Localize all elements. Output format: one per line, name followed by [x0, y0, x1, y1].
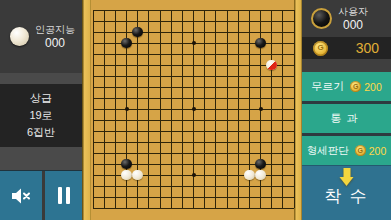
white-stone	[132, 170, 143, 181]
board-frame	[294, 0, 302, 220]
muted-speaker-icon	[10, 187, 32, 205]
black-stone	[255, 38, 266, 49]
pause-button[interactable]	[45, 171, 82, 220]
divider	[0, 147, 82, 170]
star-point	[125, 107, 129, 111]
black-stone	[121, 38, 132, 49]
go-board[interactable]	[91, 0, 294, 220]
grid-line	[93, 186, 294, 187]
black-stone	[132, 27, 143, 38]
komi-label: 6집반	[27, 127, 55, 138]
grid-line	[93, 120, 294, 121]
white-stone	[255, 170, 266, 181]
estimate-button[interactable]: 형세판단 G 200	[302, 136, 391, 165]
coin-balance: 300	[356, 40, 379, 56]
divider	[0, 73, 82, 84]
black-stone-avatar-turn-indicator	[311, 8, 332, 29]
level-label: 상급	[30, 93, 52, 104]
coin-icon: G	[313, 41, 328, 56]
last-move-marker	[266, 60, 277, 71]
grid-line	[93, 142, 294, 143]
grid-line	[93, 208, 294, 209]
black-stone	[121, 159, 132, 170]
undo-cost: 200	[364, 81, 382, 93]
game-info-block: 상급 19로 6집반	[0, 84, 82, 147]
grid-line	[215, 10, 216, 208]
estimate-cost: 200	[369, 145, 387, 157]
user-player-block: 사용자 000	[302, 0, 391, 37]
board-region	[82, 0, 302, 220]
grid-line	[294, 10, 295, 208]
grid-line	[238, 10, 239, 208]
grid-line	[204, 10, 205, 208]
sound-controls	[0, 170, 82, 220]
grid-line	[93, 153, 294, 154]
mute-button[interactable]	[0, 171, 42, 220]
board-frame	[82, 0, 91, 220]
ai-player-block: 인공지능 000	[0, 0, 82, 73]
grid-line	[227, 10, 228, 208]
play-move-button[interactable]: 착 수	[302, 165, 391, 220]
grid-line	[93, 197, 294, 198]
white-stone	[121, 170, 132, 181]
white-stone	[244, 170, 255, 181]
board-size-label: 19로	[29, 110, 52, 121]
undo-button[interactable]: 무르기 G 200	[302, 72, 391, 101]
undo-label: 무르기	[311, 79, 344, 94]
grid-line	[271, 10, 272, 208]
user-player-score: 000	[343, 18, 363, 32]
pass-button[interactable]: 통과	[302, 104, 391, 133]
star-point	[192, 41, 196, 45]
play-label: 착 수	[324, 185, 369, 208]
star-point	[192, 107, 196, 111]
estimate-label: 형세판단	[307, 144, 349, 158]
star-point	[259, 107, 263, 111]
pass-label: 통과	[331, 111, 363, 126]
star-point	[192, 173, 196, 177]
coin-icon: G	[350, 81, 361, 92]
coin-icon: G	[355, 145, 366, 156]
ai-player-score: 000	[45, 36, 65, 50]
white-stone-avatar	[10, 27, 29, 46]
divider	[302, 59, 391, 72]
grid-line	[93, 131, 294, 132]
white-stone-last-move	[266, 60, 277, 71]
ai-player-name: 인공지능	[35, 24, 75, 36]
go-app-window: 인공지능 000 상급 19로 6집반	[0, 0, 391, 220]
black-stone	[255, 159, 266, 170]
pause-icon	[57, 187, 71, 204]
grid-line	[282, 10, 283, 208]
hint-arrow-icon	[339, 168, 354, 186]
user-player-name: 사용자	[338, 6, 368, 18]
coin-balance-strip: G 300	[302, 37, 391, 59]
right-panel: 사용자 000 G 300 무르기 G 200 통과 형세판단 G 200	[302, 0, 391, 220]
left-panel: 인공지능 000 상급 19로 6집반	[0, 0, 82, 220]
go-board-grid	[93, 10, 294, 208]
